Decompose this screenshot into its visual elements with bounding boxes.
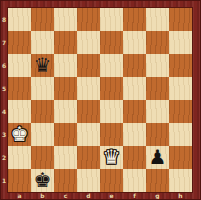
square-g5[interactable]	[146, 77, 169, 100]
chess-board: ♛♚♛♟♚	[7, 7, 193, 193]
square-h1[interactable]	[169, 169, 192, 192]
rank-label-5: 5	[1, 77, 7, 100]
square-c1[interactable]	[54, 169, 77, 192]
file-label-h: h	[169, 192, 192, 199]
square-g3[interactable]	[146, 123, 169, 146]
square-a3[interactable]: ♚	[8, 123, 31, 146]
square-d4[interactable]	[77, 100, 100, 123]
square-h6[interactable]	[169, 54, 192, 77]
rank-label-7: 7	[1, 31, 7, 54]
square-h8[interactable]	[169, 8, 192, 31]
square-e4[interactable]	[100, 100, 123, 123]
square-g7[interactable]	[146, 31, 169, 54]
rank-label-3: 3	[1, 123, 7, 146]
square-a2[interactable]	[8, 146, 31, 169]
square-c3[interactable]	[54, 123, 77, 146]
square-b1[interactable]: ♚	[31, 169, 54, 192]
square-b4[interactable]	[31, 100, 54, 123]
rank-label-4: 4	[1, 100, 7, 123]
square-f3[interactable]	[123, 123, 146, 146]
rank-label-8: 8	[1, 8, 7, 31]
square-d8[interactable]	[77, 8, 100, 31]
file-label-b: b	[31, 192, 54, 199]
square-e6[interactable]	[100, 54, 123, 77]
rank-label-6: 6	[1, 54, 7, 77]
square-c2[interactable]	[54, 146, 77, 169]
square-d1[interactable]	[77, 169, 100, 192]
square-e1[interactable]	[100, 169, 123, 192]
square-b6[interactable]: ♛	[31, 54, 54, 77]
file-label-a: a	[8, 192, 31, 199]
square-f4[interactable]	[123, 100, 146, 123]
square-g4[interactable]	[146, 100, 169, 123]
square-a5[interactable]	[8, 77, 31, 100]
square-b7[interactable]	[31, 31, 54, 54]
white-queen[interactable]: ♛	[103, 146, 121, 169]
square-f7[interactable]	[123, 31, 146, 54]
square-d7[interactable]	[77, 31, 100, 54]
square-c6[interactable]	[54, 54, 77, 77]
square-f2[interactable]	[123, 146, 146, 169]
square-g8[interactable]	[146, 8, 169, 31]
square-h7[interactable]	[169, 31, 192, 54]
square-h4[interactable]	[169, 100, 192, 123]
square-e8[interactable]	[100, 8, 123, 31]
file-label-c: c	[54, 192, 77, 199]
square-d6[interactable]	[77, 54, 100, 77]
square-g6[interactable]	[146, 54, 169, 77]
square-g1[interactable]	[146, 169, 169, 192]
square-c5[interactable]	[54, 77, 77, 100]
square-a8[interactable]	[8, 8, 31, 31]
file-label-g: g	[146, 192, 169, 199]
square-b2[interactable]	[31, 146, 54, 169]
square-f1[interactable]	[123, 169, 146, 192]
square-f5[interactable]	[123, 77, 146, 100]
square-d3[interactable]	[77, 123, 100, 146]
square-a6[interactable]	[8, 54, 31, 77]
square-a7[interactable]	[8, 31, 31, 54]
square-h2[interactable]	[169, 146, 192, 169]
square-h5[interactable]	[169, 77, 192, 100]
square-e3[interactable]	[100, 123, 123, 146]
square-c4[interactable]	[54, 100, 77, 123]
square-a1[interactable]	[8, 169, 31, 192]
square-c7[interactable]	[54, 31, 77, 54]
square-h3[interactable]	[169, 123, 192, 146]
chess-board-frame: ♛♚♛♟♚ 87654321 abcdefgh	[0, 0, 201, 200]
square-d5[interactable]	[77, 77, 100, 100]
black-pawn[interactable]: ♟	[149, 146, 167, 169]
square-f6[interactable]	[123, 54, 146, 77]
square-b8[interactable]	[31, 8, 54, 31]
square-g2[interactable]: ♟	[146, 146, 169, 169]
file-label-e: e	[100, 192, 123, 199]
square-e2[interactable]: ♛	[100, 146, 123, 169]
square-f8[interactable]	[123, 8, 146, 31]
rank-label-2: 2	[1, 146, 7, 169]
black-king[interactable]: ♚	[34, 169, 52, 192]
square-e5[interactable]	[100, 77, 123, 100]
rank-label-1: 1	[1, 169, 7, 192]
black-queen[interactable]: ♛	[34, 54, 52, 77]
file-label-f: f	[123, 192, 146, 199]
square-a4[interactable]	[8, 100, 31, 123]
square-d2[interactable]	[77, 146, 100, 169]
white-king[interactable]: ♚	[11, 123, 29, 146]
square-e7[interactable]	[100, 31, 123, 54]
square-c8[interactable]	[54, 8, 77, 31]
square-b5[interactable]	[31, 77, 54, 100]
file-label-d: d	[77, 192, 100, 199]
square-b3[interactable]	[31, 123, 54, 146]
